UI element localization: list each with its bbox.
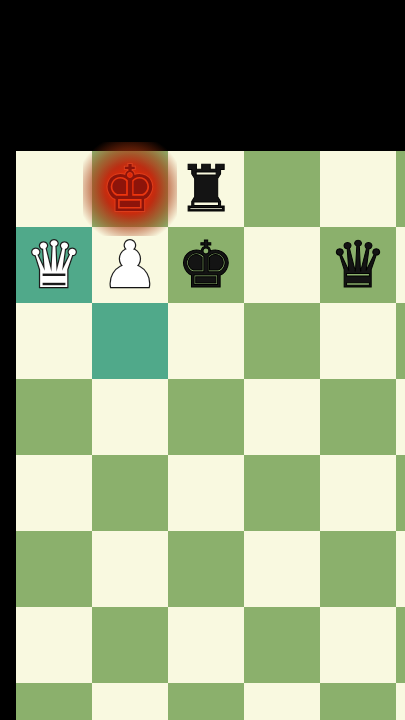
square-e5[interactable]: [320, 379, 396, 455]
square-f1[interactable]: [396, 683, 405, 720]
square-c1[interactable]: [168, 683, 244, 720]
square-b4[interactable]: [92, 455, 168, 531]
white-queen-piece[interactable]: ♛: [16, 227, 92, 303]
white-pawn-piece[interactable]: ♟: [92, 227, 168, 303]
square-e7[interactable]: ♛: [320, 227, 396, 303]
square-f7[interactable]: [396, 227, 405, 303]
square-a4[interactable]: [16, 455, 92, 531]
square-a3[interactable]: [16, 531, 92, 607]
square-d2[interactable]: [244, 607, 320, 683]
square-a8[interactable]: [16, 151, 92, 227]
square-d1[interactable]: [244, 683, 320, 720]
square-e2[interactable]: [320, 607, 396, 683]
square-a2[interactable]: [16, 607, 92, 683]
square-e1[interactable]: [320, 683, 396, 720]
square-c2[interactable]: [168, 607, 244, 683]
square-d5[interactable]: [244, 379, 320, 455]
square-b6[interactable]: [92, 303, 168, 379]
square-c4[interactable]: [168, 455, 244, 531]
square-b2[interactable]: [92, 607, 168, 683]
square-a7[interactable]: ♛: [16, 227, 92, 303]
square-d3[interactable]: [244, 531, 320, 607]
square-d6[interactable]: [244, 303, 320, 379]
square-c5[interactable]: [168, 379, 244, 455]
square-f6[interactable]: [396, 303, 405, 379]
square-d8[interactable]: [244, 151, 320, 227]
square-c6[interactable]: [168, 303, 244, 379]
black-king-piece[interactable]: ♚: [168, 227, 244, 303]
black-rook-piece[interactable]: ♜: [168, 151, 244, 227]
square-b3[interactable]: [92, 531, 168, 607]
square-f5[interactable]: [396, 379, 405, 455]
letterbox-background: ♚♜♛♟♚♛: [0, 0, 405, 720]
square-c7[interactable]: ♚: [168, 227, 244, 303]
square-e4[interactable]: [320, 455, 396, 531]
chess-board: ♚♜♛♟♚♛: [16, 151, 405, 720]
square-e6[interactable]: [320, 303, 396, 379]
square-a5[interactable]: [16, 379, 92, 455]
square-c8[interactable]: ♜: [168, 151, 244, 227]
black-queen-piece[interactable]: ♛: [320, 227, 396, 303]
square-f2[interactable]: [396, 607, 405, 683]
square-e3[interactable]: [320, 531, 396, 607]
square-c3[interactable]: [168, 531, 244, 607]
square-d4[interactable]: [244, 455, 320, 531]
square-a1[interactable]: [16, 683, 92, 720]
square-b7[interactable]: ♟: [92, 227, 168, 303]
square-d7[interactable]: [244, 227, 320, 303]
black-king-piece[interactable]: ♚: [92, 151, 168, 227]
square-b1[interactable]: [92, 683, 168, 720]
square-b5[interactable]: [92, 379, 168, 455]
square-e8[interactable]: [320, 151, 396, 227]
square-f8[interactable]: [396, 151, 405, 227]
screenshot-frame: { "game": "chess", "scene": { "descripti…: [0, 0, 405, 720]
square-f3[interactable]: [396, 531, 405, 607]
square-f4[interactable]: [396, 455, 405, 531]
square-b8[interactable]: ♚: [92, 151, 168, 227]
square-a6[interactable]: [16, 303, 92, 379]
